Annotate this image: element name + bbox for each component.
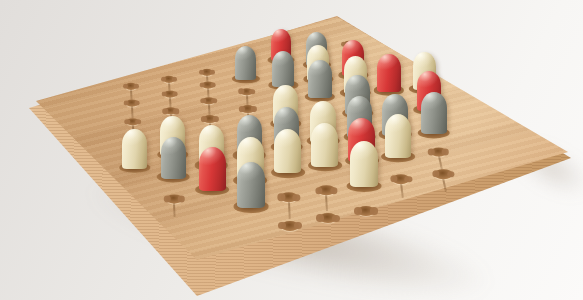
- hole-r9c6[interactable]: [319, 213, 337, 223]
- hole-r7c9[interactable]: [430, 147, 447, 156]
- peg-cream-r5c1[interactable]: [122, 129, 147, 169]
- hole-r1c3[interactable]: [201, 69, 213, 76]
- hole-r8c6[interactable]: [318, 186, 335, 196]
- groove-r2c1: [131, 106, 134, 118]
- hole-r2c3[interactable]: [202, 82, 215, 89]
- peg-cream-r7c5[interactable]: [274, 129, 301, 173]
- hole-r8c9[interactable]: [435, 169, 452, 179]
- hole-r1c1[interactable]: [125, 83, 137, 90]
- peg-cream-r7c8[interactable]: [385, 114, 412, 158]
- peg-cream-r8c7[interactable]: [350, 141, 378, 187]
- peg-gray-r6c2[interactable]: [161, 137, 187, 179]
- hole-r3c1[interactable]: [126, 118, 140, 125]
- hole-r7c2[interactable]: [166, 194, 183, 203]
- hole-r9c7[interactable]: [357, 206, 375, 216]
- hole-r3c3[interactable]: [202, 97, 216, 104]
- groove-r3c3: [208, 104, 211, 116]
- peg-red-r4c8[interactable]: [377, 54, 400, 92]
- peg-red-r7c3[interactable]: [199, 147, 226, 191]
- hole-r4c4[interactable]: [241, 105, 255, 113]
- hole-r8c5[interactable]: [280, 192, 297, 202]
- peg-gray-r8c4[interactable]: [237, 162, 265, 208]
- peg-cream-r7c6[interactable]: [311, 123, 338, 167]
- peg-gray-r4c6[interactable]: [308, 60, 331, 98]
- hole-r9c5[interactable]: [281, 221, 299, 231]
- peg-gray-r3c5[interactable]: [272, 51, 294, 87]
- groove-r2c2: [169, 97, 172, 108]
- hole-r8c8[interactable]: [392, 174, 409, 184]
- hole-r3c4[interactable]: [240, 88, 254, 95]
- hole-r3c2[interactable]: [164, 107, 178, 114]
- hole-r2c1[interactable]: [126, 100, 139, 107]
- peg-gray-r2c4[interactable]: [235, 46, 256, 80]
- hole-r4c3[interactable]: [203, 115, 217, 123]
- groove-r3c4: [246, 94, 249, 105]
- peg-gray-r6c9[interactable]: [421, 92, 447, 134]
- hole-r1c2[interactable]: [163, 76, 175, 83]
- hole-r2c2[interactable]: [164, 90, 177, 97]
- photo-backdrop: [0, 0, 583, 300]
